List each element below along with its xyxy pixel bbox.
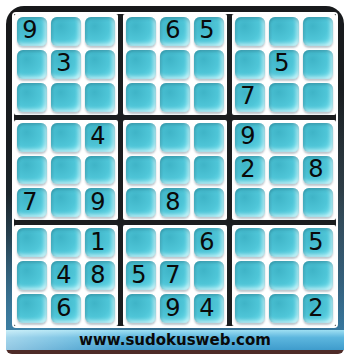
cell-r4c2[interactable]: [51, 123, 81, 152]
given-digit: 9: [165, 296, 180, 320]
given-digit: 7: [165, 263, 180, 287]
given-digit: 8: [90, 263, 105, 287]
cell-r2c3[interactable]: [85, 50, 115, 79]
footer-band: www.sudokusweb.com: [6, 330, 344, 350]
cell-r5c6[interactable]: [194, 156, 224, 185]
cell-r8c4[interactable]: 5: [126, 261, 156, 290]
given-digit: 6: [199, 230, 214, 254]
given-digit: 2: [240, 157, 255, 181]
cell-r4c1[interactable]: [17, 123, 47, 152]
given-digit: 8: [308, 157, 323, 181]
cell-r9c1[interactable]: [17, 294, 47, 323]
cell-r2c8[interactable]: 5: [269, 50, 299, 79]
cell-r7c1[interactable]: [17, 228, 47, 257]
cell-r8c8[interactable]: [269, 261, 299, 290]
cell-r6c3[interactable]: 9: [85, 188, 115, 217]
cell-r3c6[interactable]: [194, 83, 224, 112]
given-digit: 1: [90, 230, 105, 254]
given-digit: 9: [22, 18, 37, 42]
site-url-link[interactable]: www.sudokusweb.com: [79, 331, 271, 349]
cell-r2c2[interactable]: 3: [51, 50, 81, 79]
cell-r3c2[interactable]: [51, 83, 81, 112]
cell-r4c5[interactable]: [160, 123, 190, 152]
given-digit: 9: [240, 124, 255, 148]
cell-r9c3[interactable]: [85, 294, 115, 323]
box-1: 93: [14, 14, 118, 115]
cell-r5c1[interactable]: [17, 156, 47, 185]
given-digit: 4: [199, 296, 214, 320]
box-6: 928: [232, 120, 336, 221]
cell-r6c6[interactable]: [194, 188, 224, 217]
cell-r3c5[interactable]: [160, 83, 190, 112]
cell-r5c7[interactable]: 2: [235, 156, 265, 185]
cell-r2c6[interactable]: [194, 50, 224, 79]
cell-r4c4[interactable]: [126, 123, 156, 152]
box-4: 479: [14, 120, 118, 221]
cell-r3c7[interactable]: 7: [235, 83, 265, 112]
given-digit: 5: [199, 18, 214, 42]
cell-r2c9[interactable]: [303, 50, 333, 79]
cell-r7c8[interactable]: [269, 228, 299, 257]
sudoku-puzzle-image: 936557479892814866579452 www.sudokusweb.…: [0, 0, 350, 360]
cell-r4c7[interactable]: 9: [235, 123, 265, 152]
cell-r8c2[interactable]: 4: [51, 261, 81, 290]
cell-r9c6[interactable]: 4: [194, 294, 224, 323]
given-digit: 7: [22, 190, 37, 214]
cell-r8c7[interactable]: [235, 261, 265, 290]
cell-r7c3[interactable]: 1: [85, 228, 115, 257]
cell-r4c6[interactable]: [194, 123, 224, 152]
box-8: 65794: [123, 225, 227, 326]
box-9: 52: [232, 225, 336, 326]
cell-r8c1[interactable]: [17, 261, 47, 290]
cell-r7c7[interactable]: [235, 228, 265, 257]
cell-r8c6[interactable]: [194, 261, 224, 290]
cell-r8c9[interactable]: [303, 261, 333, 290]
cell-r9c4[interactable]: [126, 294, 156, 323]
cell-r6c8[interactable]: [269, 188, 299, 217]
given-digit: 5: [131, 263, 146, 287]
box-5: 8: [123, 120, 227, 221]
given-digit: 6: [165, 18, 180, 42]
cell-r3c1[interactable]: [17, 83, 47, 112]
cell-r1c9[interactable]: [303, 17, 333, 46]
cell-r6c4[interactable]: [126, 188, 156, 217]
given-digit: 3: [56, 51, 71, 75]
cell-r1c2[interactable]: [51, 17, 81, 46]
cell-r9c7[interactable]: [235, 294, 265, 323]
cell-r2c4[interactable]: [126, 50, 156, 79]
cell-r9c8[interactable]: [269, 294, 299, 323]
box-7: 1486: [14, 225, 118, 326]
sudoku-board: 936557479892814866579452: [12, 12, 338, 328]
given-digit: 5: [308, 230, 323, 254]
cell-r3c8[interactable]: [269, 83, 299, 112]
cell-r6c5[interactable]: 8: [160, 188, 190, 217]
cell-r9c9[interactable]: 2: [303, 294, 333, 323]
given-digit: 6: [56, 296, 71, 320]
given-digit: 9: [90, 190, 105, 214]
cell-r6c7[interactable]: [235, 188, 265, 217]
cell-r5c5[interactable]: [160, 156, 190, 185]
given-digit: 5: [274, 51, 289, 75]
cell-r2c5[interactable]: [160, 50, 190, 79]
cell-r1c3[interactable]: [85, 17, 115, 46]
cell-r5c2[interactable]: [51, 156, 81, 185]
cell-r8c5[interactable]: 7: [160, 261, 190, 290]
given-digit: 4: [56, 263, 71, 287]
cell-r1c8[interactable]: [269, 17, 299, 46]
cell-r5c4[interactable]: [126, 156, 156, 185]
cell-r4c8[interactable]: [269, 123, 299, 152]
cell-r7c5[interactable]: [160, 228, 190, 257]
box-2: 65: [123, 14, 227, 115]
cell-r1c4[interactable]: [126, 17, 156, 46]
cell-r1c1[interactable]: 9: [17, 17, 47, 46]
given-digit: 4: [90, 124, 105, 148]
cell-r9c5[interactable]: 9: [160, 294, 190, 323]
cell-r3c4[interactable]: [126, 83, 156, 112]
cell-r1c7[interactable]: [235, 17, 265, 46]
cell-r8c3[interactable]: 8: [85, 261, 115, 290]
cell-r3c9[interactable]: [303, 83, 333, 112]
cell-r1c6[interactable]: 5: [194, 17, 224, 46]
cell-r6c2[interactable]: [51, 188, 81, 217]
cell-r2c1[interactable]: [17, 50, 47, 79]
cell-r7c6[interactable]: 6: [194, 228, 224, 257]
cell-r7c9[interactable]: 5: [303, 228, 333, 257]
cell-r4c3[interactable]: 4: [85, 123, 115, 152]
cell-r7c4[interactable]: [126, 228, 156, 257]
cell-r3c3[interactable]: [85, 83, 115, 112]
cell-r9c2[interactable]: 6: [51, 294, 81, 323]
cell-r2c7[interactable]: [235, 50, 265, 79]
cell-r5c3[interactable]: [85, 156, 115, 185]
given-digit: 8: [165, 190, 180, 214]
sudoku-box-grid: 936557479892814866579452: [14, 14, 336, 326]
cell-r5c9[interactable]: 8: [303, 156, 333, 185]
box-3: 57: [232, 14, 336, 115]
cell-r1c5[interactable]: 6: [160, 17, 190, 46]
cell-r6c1[interactable]: 7: [17, 188, 47, 217]
given-digit: 2: [308, 296, 323, 320]
cell-r7c2[interactable]: [51, 228, 81, 257]
cell-r4c9[interactable]: [303, 123, 333, 152]
cell-r5c8[interactable]: [269, 156, 299, 185]
cell-r6c9[interactable]: [303, 188, 333, 217]
given-digit: 7: [240, 84, 255, 108]
